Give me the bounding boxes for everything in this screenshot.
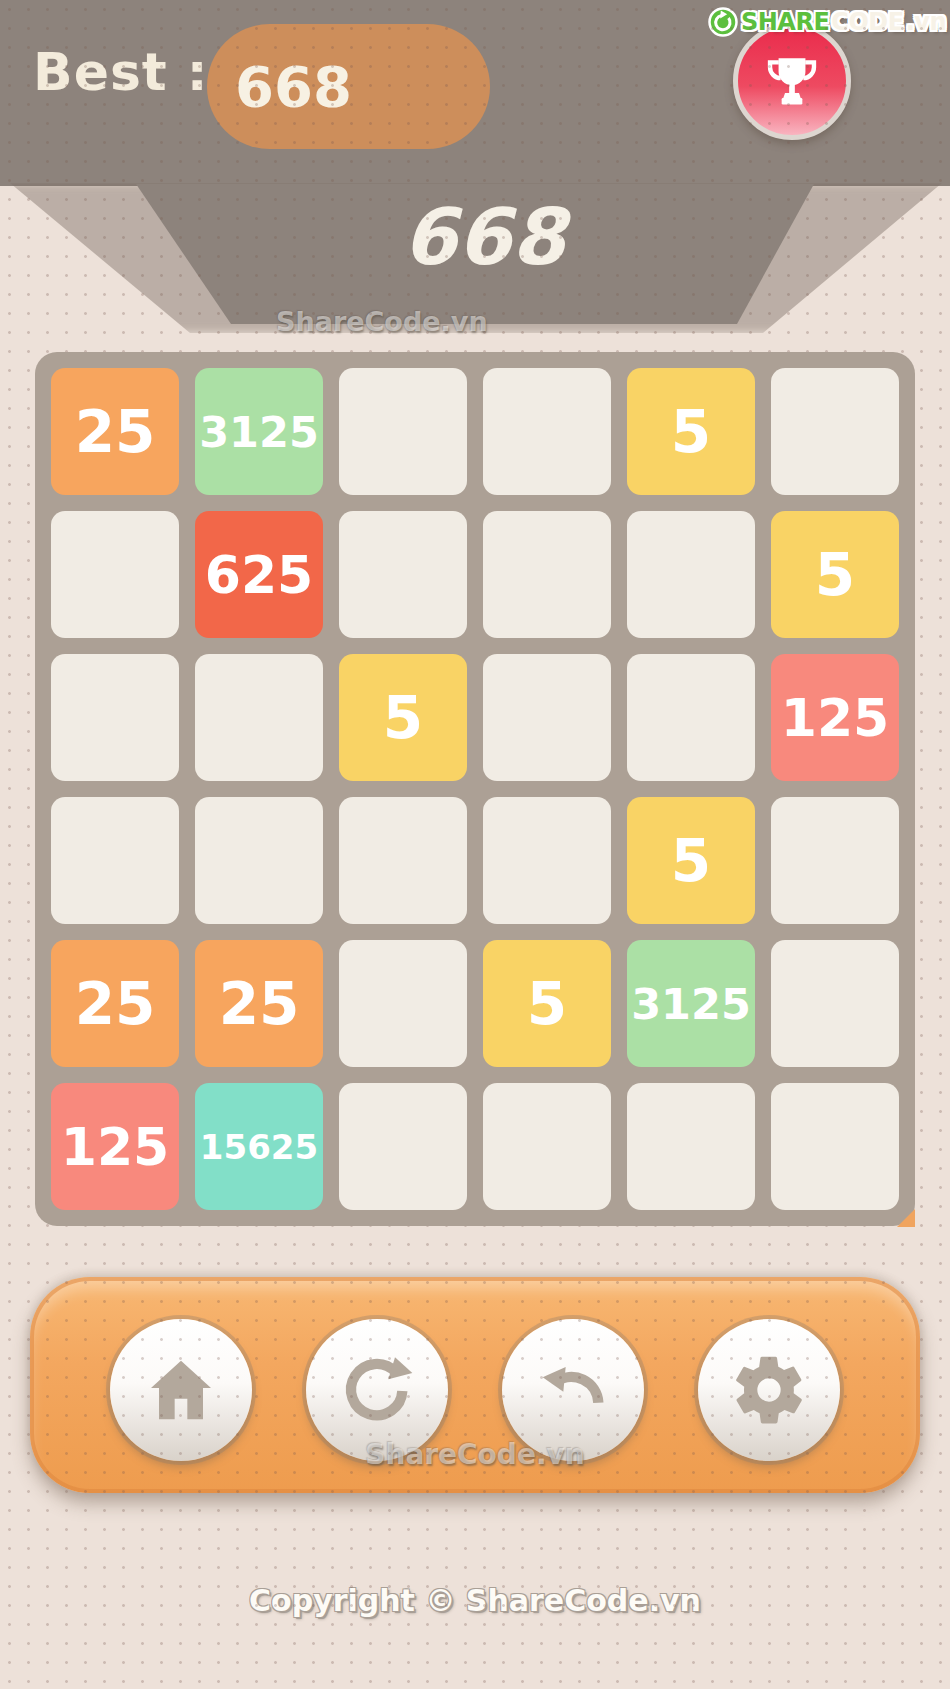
current-score: 668 [231,192,737,282]
footer-copyright: Copyright © ShareCode.vn [0,1583,950,1618]
empty-cell [771,368,899,495]
empty-cell [627,654,755,781]
empty-cell [627,511,755,638]
tile-5: 5 [483,940,611,1067]
best-score-pill: 668 [207,24,490,149]
empty-cell [339,511,467,638]
tile-25: 25 [195,940,323,1067]
empty-cell [771,940,899,1067]
empty-cell [339,368,467,495]
empty-cell [483,1083,611,1210]
best-score-label: Best : [33,42,209,102]
tile-5: 5 [627,797,755,924]
logo-text-share: SHARE [741,8,829,36]
logo-text-code: CODE [831,8,903,36]
tile-125: 125 [51,1083,179,1210]
home-icon [141,1350,221,1430]
undo-icon [533,1350,613,1430]
empty-cell [339,1083,467,1210]
empty-cell [195,797,323,924]
empty-cell [195,654,323,781]
tile-25: 25 [51,940,179,1067]
tile-125: 125 [771,654,899,781]
toolbar-watermark: ShareCode.vn [30,1438,920,1471]
tile-5: 5 [771,511,899,638]
empty-cell [483,654,611,781]
empty-cell [339,940,467,1067]
trophy-icon [761,50,823,112]
header-watermark: ShareCode.vn [276,306,488,337]
empty-cell [51,654,179,781]
logo-text-vn: .vn [906,8,946,36]
tile-3125: 3125 [627,940,755,1067]
tile-5: 5 [339,654,467,781]
leaderboard-button[interactable] [733,22,851,140]
empty-cell [339,797,467,924]
tile-5: 5 [627,368,755,495]
empty-cell [771,797,899,924]
empty-cell [627,1083,755,1210]
restart-icon [337,1350,417,1430]
empty-cell [483,797,611,924]
game-screen: Best : 668 668 ShareCode.vn SHARECODE.vn [0,0,950,1689]
empty-cell [51,511,179,638]
gear-icon [729,1350,809,1430]
sharecode-logo: SHARECODE.vn [707,6,946,38]
tile-25: 25 [51,368,179,495]
empty-cell [483,511,611,638]
board[interactable]: 253125562555125525255312512515625 [35,352,915,1226]
toolbar: ShareCode.vn [30,1277,920,1493]
best-score-value: 668 [235,24,352,149]
tile-3125: 3125 [195,368,323,495]
recycle-icon [707,6,739,38]
tile-15625: 15625 [195,1083,323,1210]
tile-625: 625 [195,511,323,638]
empty-cell [771,1083,899,1210]
empty-cell [483,368,611,495]
empty-cell [51,797,179,924]
